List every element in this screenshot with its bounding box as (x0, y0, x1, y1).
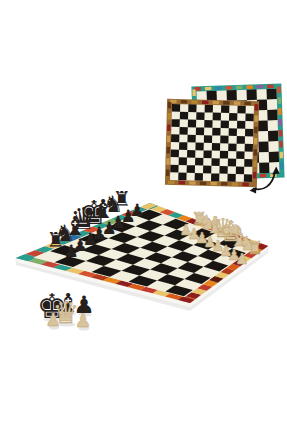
natural-pawn-piece[interactable]: ♟ (235, 250, 248, 268)
loose-natural-pawn-piece[interactable]: ♟ (45, 309, 61, 330)
black-pawn-piece[interactable]: ♟ (63, 241, 78, 261)
loose-natural-pawn-piece[interactable]: ♟ (74, 309, 91, 331)
natural-rook-piece[interactable]: ♜ (247, 237, 263, 258)
product-photo: ♜♞♟♝♟♚♜♟♛♞♝♟♝♟♛♟♟♞♚♟♟♝♜♟♞♟♟♜♟♟♟♟♝♟♚♛♟♟ (0, 0, 287, 431)
inset-board-draughts-side (165, 99, 259, 187)
scene-svg: ♜♞♟♝♟♚♜♟♛♞♝♟♝♟♛♟♟♞♚♟♟♝♜♟♞♟♟♜♟♟♟♟♝♟♚♛♟♟ (0, 0, 287, 431)
